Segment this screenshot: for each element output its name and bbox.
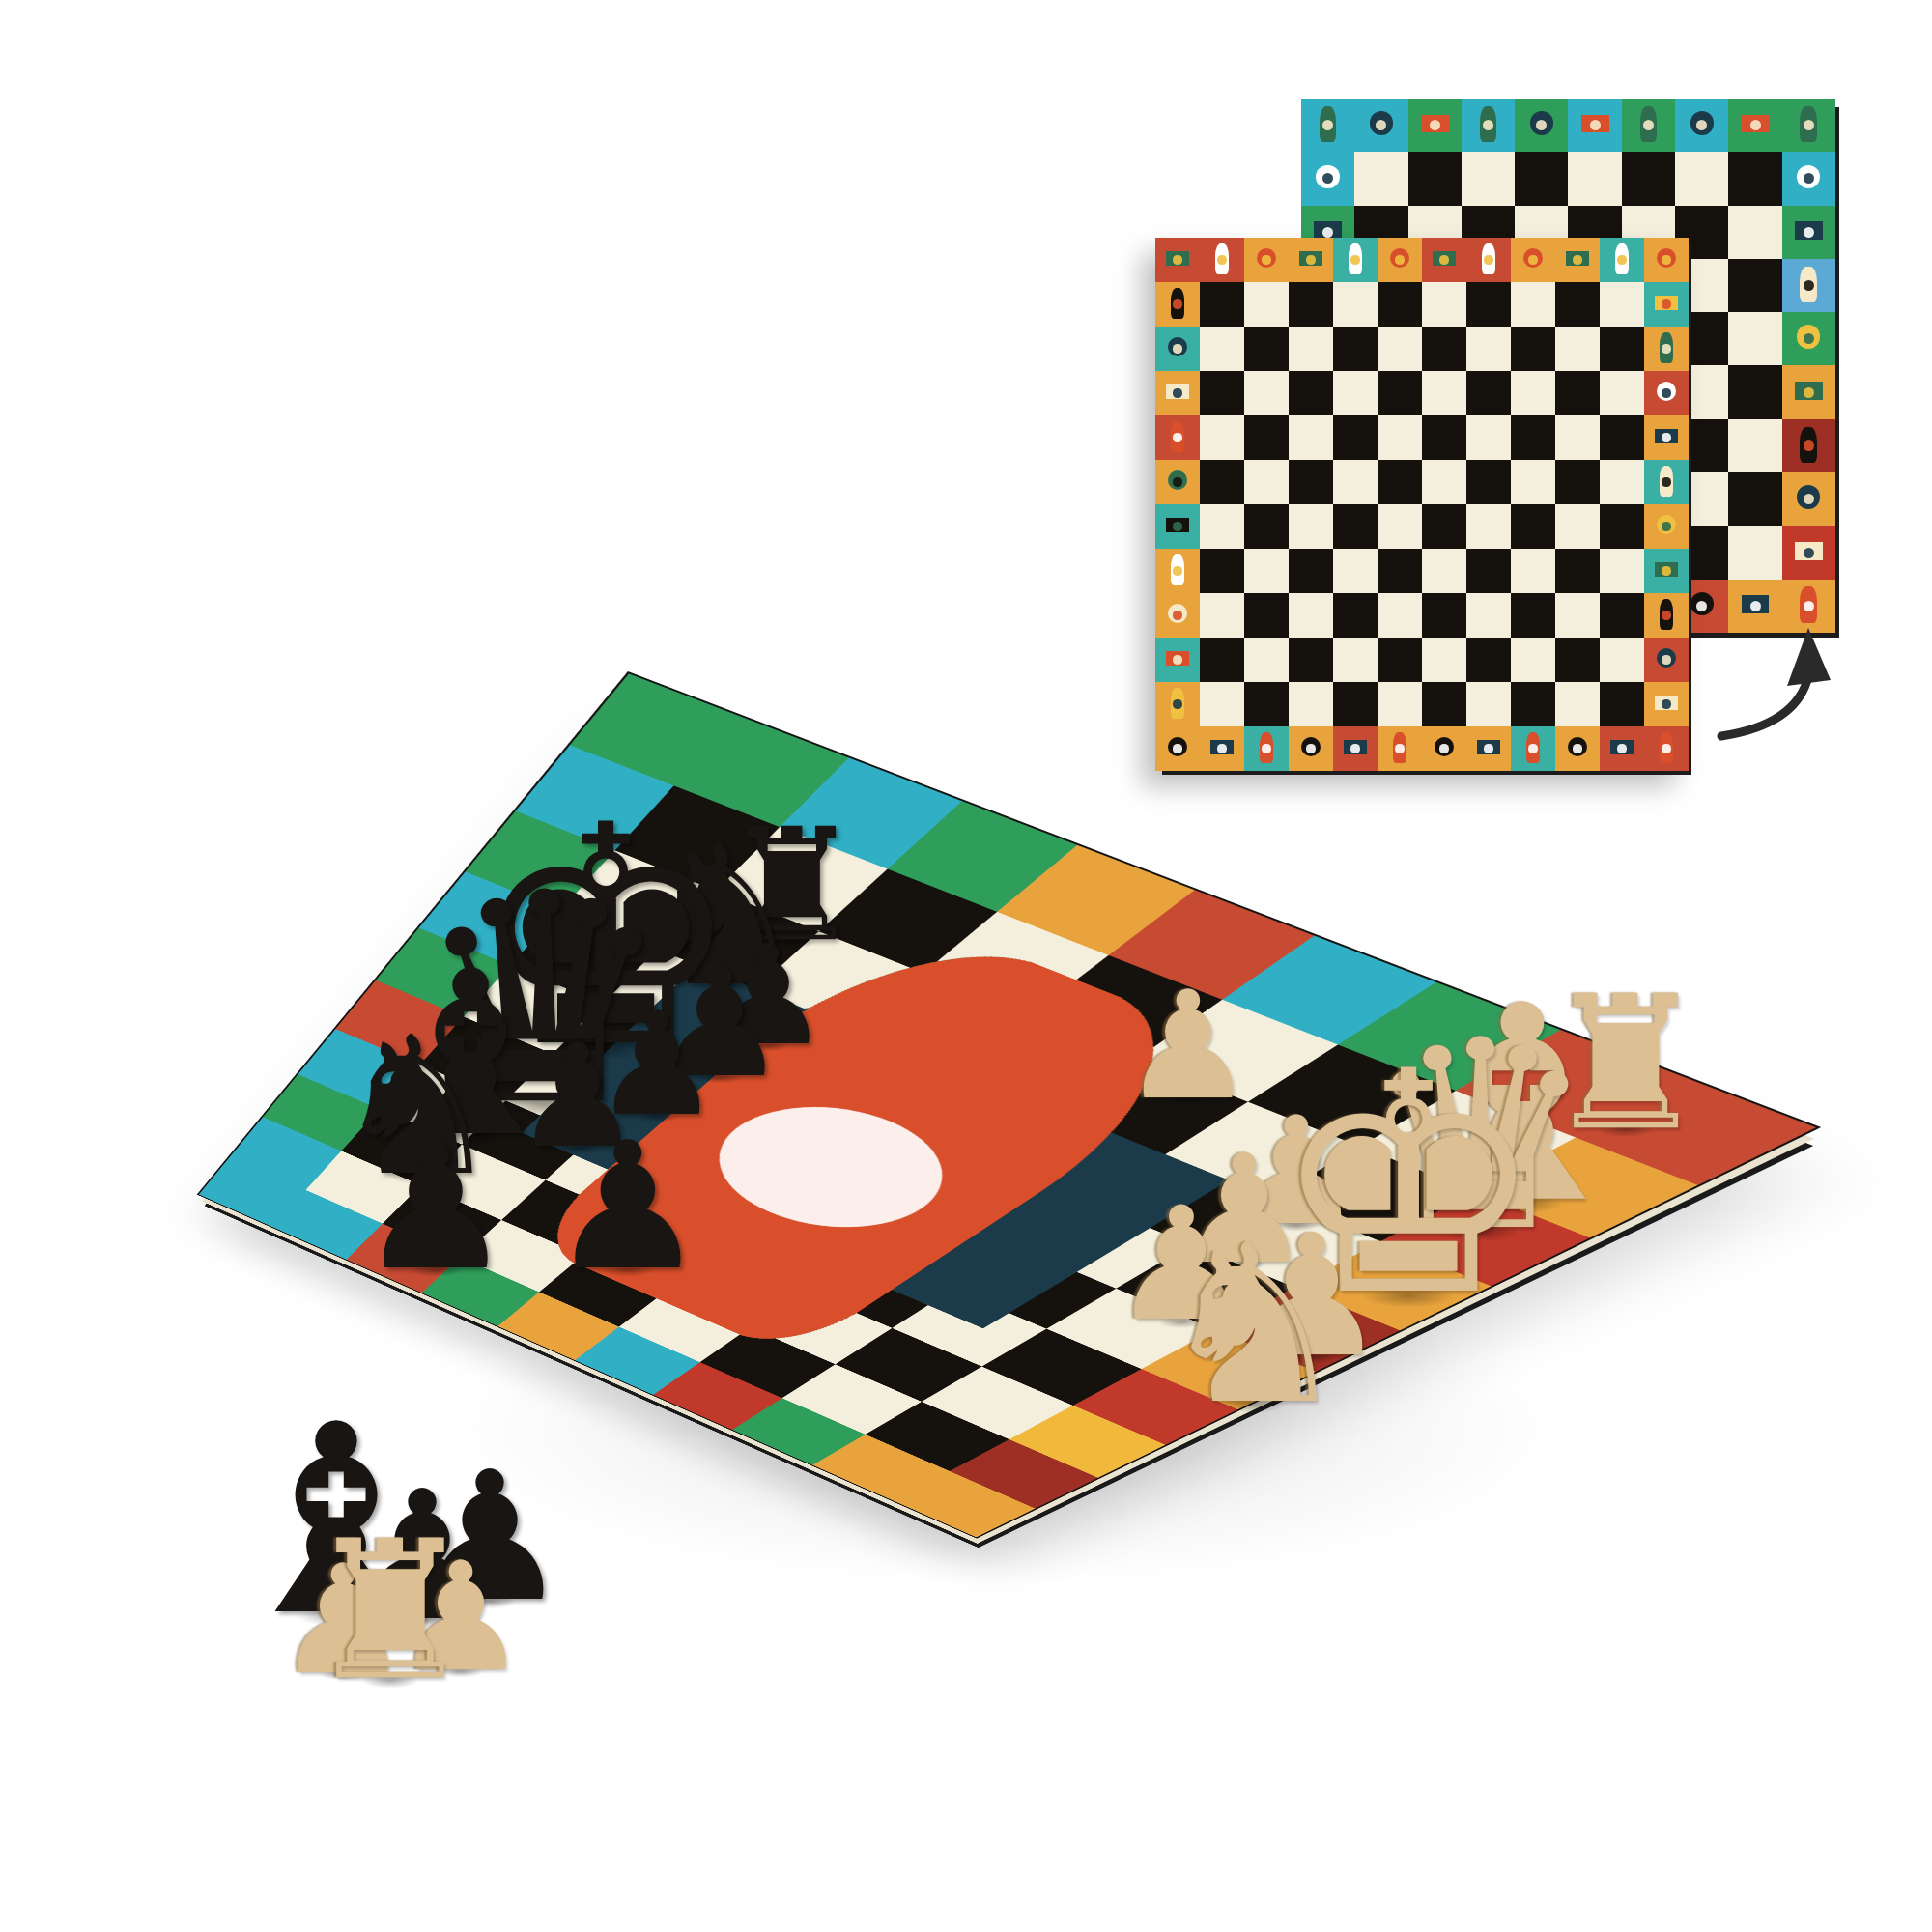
chess-piece-wood-knight: ♞ xyxy=(1155,1239,1352,1410)
product-photo-scene: ♞♝♛♚♞♜♟♟♟♟♟♟♜♝♛♚♟♟♟♟♟♞♝♟♟♜♟♟ xyxy=(0,0,1932,1932)
chess-piece-black-pawn: ♟ xyxy=(549,1138,706,1275)
chess-piece-wood-rook-captured: ♜ xyxy=(304,1537,476,1686)
chess-piece-black-pawn: ♟ xyxy=(358,1140,514,1275)
